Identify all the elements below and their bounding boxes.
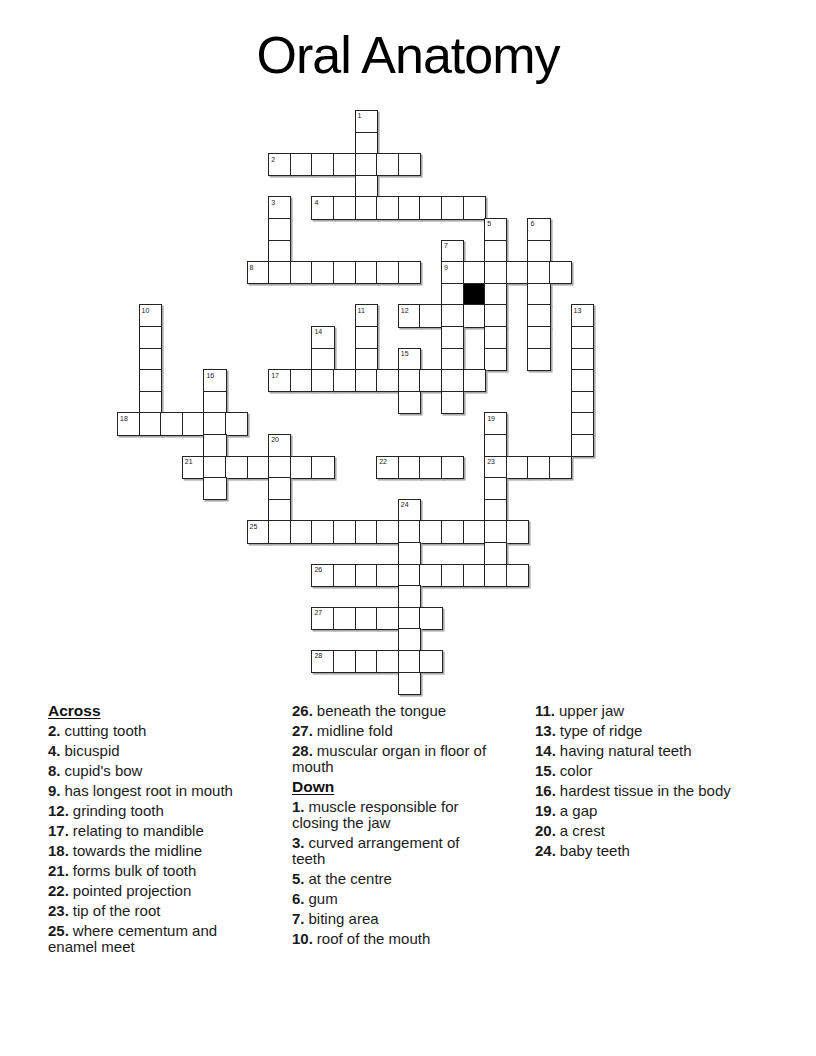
clue-number: 5 [487,220,491,227]
grid-cell[interactable] [549,456,572,479]
grid-cell[interactable] [376,607,399,630]
grid-cell[interactable] [203,391,226,414]
clue-across-4: 4bicuspid [48,743,258,759]
grid-cell[interactable] [419,456,442,479]
clue-number: 18 [120,415,128,422]
grid-cell[interactable] [571,326,594,349]
clue-number: 4 [314,199,318,206]
grid-cell[interactable] [484,304,507,327]
grid-cell[interactable] [527,240,550,263]
clue-across-26: 26beneath the tongue [292,703,490,719]
clue-number: 16 [206,372,214,379]
grid-cell[interactable] [376,153,399,176]
grid-cell[interactable] [290,153,313,176]
clue-text: baby teeth [560,842,630,859]
clue-text: having natural teeth [560,742,692,759]
grid-cell[interactable] [139,326,162,349]
grid-cell[interactable] [333,607,356,630]
clue-text: tip of the root [73,902,161,919]
grid-cell[interactable] [527,261,550,284]
clue-text: grinding tooth [73,802,164,819]
black-cell [463,283,486,306]
grid-cell[interactable] [355,564,378,587]
grid-cell[interactable] [376,369,399,392]
clue-text: muscular organ in floor of mouth [292,742,486,775]
clue-list-number: 16 [535,782,556,799]
grid-cell[interactable] [398,628,421,651]
clue-text: at the centre [309,870,392,887]
grid-cell[interactable] [463,520,486,543]
clue-text: gum [309,890,338,907]
grid-cell[interactable] [484,564,507,587]
grid-cell[interactable] [571,434,594,457]
clue-list-number: 26 [292,702,313,719]
grid-cell[interactable] [225,412,248,435]
clue-across-12: 12grinding tooth [48,803,258,819]
grid-cell[interactable] [311,153,334,176]
clue-text: cupid's bow [65,762,143,779]
grid-cell[interactable] [268,240,291,263]
grid-cell[interactable] [463,261,486,284]
grid-cell[interactable] [484,283,507,306]
grid-cell[interactable] [506,456,529,479]
clues-column-3: 11upper jaw13type of ridge14having natur… [535,703,787,863]
grid-cell[interactable] [571,348,594,371]
clue-list-number: 3 [292,834,305,851]
clues-column-2: 26beneath the tongue27midline fold28musc… [292,703,490,951]
clue-number: 7 [444,242,448,249]
clue-across-27: 27midline fold [292,723,490,739]
grid-cell[interactable] [527,456,550,479]
clue-list-number: 14 [535,742,556,759]
clue-down-14: 14having natural teeth [535,743,787,759]
clue-list-number: 12 [48,802,69,819]
clue-list-number: 5 [292,870,305,887]
clue-list-number: 2 [48,722,61,739]
clue-number: 27 [314,609,322,616]
clue-across-25: 25where cementum and enamel meet [48,923,258,955]
clue-list-number: 17 [48,822,69,839]
grid-cell[interactable] [376,564,399,587]
grid-cell[interactable] [355,175,378,198]
grid-cell[interactable] [441,326,464,349]
grid-cell[interactable] [506,520,529,543]
grid-cell[interactable] [355,369,378,392]
clue-across-28: 28muscular organ in floor of mouth [292,743,490,775]
grid-cell[interactable] [376,520,399,543]
grid-cell[interactable] [484,326,507,349]
grid-cell[interactable] [290,261,313,284]
clue-number: 1 [358,112,362,119]
clue-number: 25 [250,523,258,530]
grid-cell[interactable] [419,564,442,587]
grid-cell[interactable] [225,456,248,479]
clue-list-number: 15 [535,762,556,779]
clue-text: cutting tooth [65,722,147,739]
clue-number: 9 [444,264,448,271]
clue-number: 14 [314,328,322,335]
grid-cell[interactable] [333,650,356,673]
clue-list-number: 24 [535,842,556,859]
clue-list-number: 28 [292,742,313,759]
clue-across-2: 2cutting tooth [48,723,258,739]
clue-text: towards the midline [73,842,202,859]
grid-cell[interactable] [506,564,529,587]
clue-text: has longest root in mouth [65,782,233,799]
clue-list-number: 25 [48,922,69,939]
clue-text: type of ridge [560,722,643,739]
clue-text: beneath the tongue [317,702,446,719]
clue-across-21: 21forms bulk of tooth [48,863,258,879]
grid-cell[interactable] [290,369,313,392]
puzzle-title: Oral Anatomy [0,27,816,84]
grid-cell[interactable] [268,499,291,522]
grid-cell[interactable] [527,304,550,327]
grid-cell[interactable] [441,304,464,327]
grid-cell[interactable] [549,261,572,284]
across-header: Across [48,703,258,719]
clue-text: muscle responsible for closing the jaw [292,798,459,831]
grid-cell[interactable] [139,348,162,371]
clue-list-number: 1 [292,798,305,815]
clue-number: 19 [487,415,495,422]
clue-across-22: 22pointed projection [48,883,258,899]
grid-cell[interactable] [203,456,226,479]
clue-list-number: 21 [48,862,69,879]
clue-list-number: 22 [48,882,69,899]
grid-cell[interactable] [398,542,421,565]
grid-cell[interactable] [355,261,378,284]
grid-cell[interactable] [441,348,464,371]
grid-cell[interactable] [355,607,378,630]
grid-cell[interactable] [355,132,378,155]
grid-cell[interactable] [398,585,421,608]
grid-cell[interactable] [463,369,486,392]
grid-cell[interactable] [355,326,378,349]
clue-number: 6 [530,220,534,227]
clue-number: 12 [401,307,409,314]
clue-number: 10 [142,307,150,314]
grid-cell[interactable] [463,564,486,587]
grid-cell[interactable] [419,369,442,392]
grid-cell[interactable] [333,564,356,587]
clue-list-number: 13 [535,722,556,739]
clue-text: roof of the mouth [317,930,430,947]
grid-cell[interactable] [441,564,464,587]
clue-down-7: 7biting area [292,911,490,927]
grid-cell[interactable] [398,391,421,414]
grid-cell[interactable] [484,520,507,543]
grid-cell[interactable] [203,434,226,457]
grid-cell[interactable] [139,412,162,435]
grid-cell[interactable] [268,520,291,543]
grid-cell[interactable] [355,650,378,673]
grid-cell[interactable] [398,607,421,630]
clue-text: a gap [560,802,598,819]
clue-text: curved arrangement of teeth [292,834,459,867]
grid-cell[interactable] [268,477,291,500]
clue-text: color [560,762,593,779]
clue-down-10: 10roof of the mouth [292,931,490,947]
grid-cell[interactable] [268,261,291,284]
grid-cell[interactable] [290,520,313,543]
grid-cell[interactable] [355,196,378,219]
clue-number: 3 [271,199,275,206]
clue-list-number: 23 [48,902,69,919]
clue-across-8: 8cupid's bow [48,763,258,779]
grid-cell[interactable] [311,348,334,371]
grid-cell[interactable] [441,456,464,479]
clue-number: 21 [185,458,193,465]
clue-down-13: 13type of ridge [535,723,787,739]
clue-list-number: 20 [535,822,556,839]
clue-number: 11 [358,307,365,314]
grid-cell[interactable] [463,196,486,219]
clue-list-number: 19 [535,802,556,819]
grid-cell[interactable] [484,240,507,263]
grid-cell[interactable] [441,283,464,306]
clues-column-1: Across2cutting tooth4bicuspid8cupid's bo… [48,703,258,959]
grid-cell[interactable] [398,564,421,587]
clue-text: forms bulk of tooth [73,862,196,879]
clue-list-number: 4 [48,742,61,759]
grid-cell[interactable] [376,650,399,673]
clue-list-number: 18 [48,842,69,859]
grid-cell[interactable] [355,153,378,176]
grid-cell[interactable] [484,477,507,500]
grid-cell[interactable] [441,369,464,392]
grid-cell[interactable] [398,672,421,695]
clue-text: upper jaw [559,702,624,719]
clue-text: bicuspid [65,742,120,759]
grid-cell[interactable] [203,477,226,500]
grid-cell[interactable] [484,542,507,565]
clue-down-1: 1muscle responsible for closing the jaw [292,799,490,831]
clue-down-24: 24baby teeth [535,843,787,859]
clue-number: 20 [271,436,279,443]
clue-text: midline fold [317,722,393,739]
clue-number: 28 [314,652,322,659]
grid-cell[interactable] [419,650,442,673]
grid-cell[interactable] [484,261,507,284]
grid-cell[interactable] [398,650,421,673]
grid-cell[interactable] [311,261,334,284]
clue-down-3: 3curved arrangement of teeth [292,835,490,867]
grid-cell[interactable] [419,304,442,327]
grid-cell[interactable] [268,456,291,479]
grid-cell[interactable] [355,348,378,371]
clue-list-number: 6 [292,890,305,907]
grid-cell[interactable] [571,391,594,414]
grid-cell[interactable] [333,520,356,543]
grid-cell[interactable] [441,391,464,414]
clue-down-11: 11upper jaw [535,703,787,719]
grid-cell[interactable] [506,261,529,284]
clue-text: a crest [560,822,605,839]
grid-cell[interactable] [160,412,183,435]
clue-number: 26 [314,566,322,573]
clue-number: 13 [574,307,582,314]
down-header: Down [292,779,490,795]
clue-across-18: 18towards the midline [48,843,258,859]
clue-list-number: 8 [48,762,61,779]
grid-cell[interactable] [484,348,507,371]
grid-cell[interactable] [311,520,334,543]
grid-cell[interactable] [527,326,550,349]
grid-cell[interactable] [441,196,464,219]
clue-down-15: 15color [535,763,787,779]
grid-cell[interactable] [398,456,421,479]
clue-list-number: 11 [535,702,555,719]
clue-down-20: 20a crest [535,823,787,839]
grid-cell[interactable] [571,412,594,435]
grid-cell[interactable] [333,369,356,392]
clue-list-number: 10 [292,930,313,947]
grid-cell[interactable] [484,499,507,522]
clue-down-5: 5at the centre [292,871,490,887]
clue-text: biting area [309,910,379,927]
grid-cell[interactable] [463,304,486,327]
grid-cell[interactable] [311,369,334,392]
grid-cell[interactable] [571,369,594,392]
clue-across-23: 23tip of the root [48,903,258,919]
grid-cell[interactable] [311,456,334,479]
grid-cell[interactable] [268,218,291,241]
grid-cell[interactable] [376,261,399,284]
grid-cell[interactable] [398,261,421,284]
crossword-grid: 1234567891011121314151617181920212223242… [117,110,595,696]
clue-number: 22 [379,458,387,465]
clue-list-number: 27 [292,722,313,739]
grid-cell[interactable] [333,153,356,176]
clue-down-16: 16hardest tissue in the body [535,783,787,799]
clue-down-19: 19a gap [535,803,787,819]
grid-cell[interactable] [290,456,313,479]
grid-cell[interactable] [398,196,421,219]
clue-text: relating to mandible [73,822,204,839]
grid-cell[interactable] [484,434,507,457]
grid-cell[interactable] [441,520,464,543]
grid-cell[interactable] [419,520,442,543]
grid-cell[interactable] [247,456,270,479]
grid-cell[interactable] [355,520,378,543]
clue-number: 15 [401,350,409,357]
clue-down-6: 6gum [292,891,490,907]
grid-cell[interactable] [398,153,421,176]
grid-cell[interactable] [398,520,421,543]
grid-cell[interactable] [182,412,205,435]
clue-number: 23 [487,458,495,465]
clue-text: where cementum and enamel meet [48,922,217,955]
grid-cell[interactable] [333,196,356,219]
grid-cell[interactable] [527,348,550,371]
clue-number: 8 [250,264,254,271]
clue-number: 2 [271,156,275,163]
clue-number: 17 [271,372,279,379]
clue-list-number: 7 [292,910,305,927]
grid-cell[interactable] [139,369,162,392]
clue-list-number: 9 [48,782,61,799]
clue-text: hardest tissue in the body [560,782,731,799]
clue-across-9: 9has longest root in mouth [48,783,258,799]
clue-across-17: 17relating to mandible [48,823,258,839]
grid-cell[interactable] [203,412,226,435]
grid-cell[interactable] [139,391,162,414]
clue-text: pointed projection [73,882,191,899]
grid-cell[interactable] [419,607,442,630]
grid-cell[interactable] [376,196,399,219]
grid-cell[interactable] [398,369,421,392]
grid-cell[interactable] [527,283,550,306]
clue-number: 24 [401,501,409,508]
grid-cell[interactable] [333,261,356,284]
grid-cell[interactable] [419,196,442,219]
